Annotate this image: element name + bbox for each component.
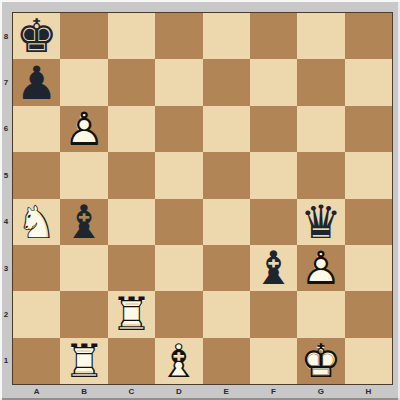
white-piece-fill-glyph: ♟ [298, 246, 344, 291]
black-queen-g4[interactable]: ♛ [297, 199, 344, 245]
file-label-g: G [297, 385, 344, 398]
black-king-a8[interactable]: ♚ [13, 13, 60, 59]
square-g1[interactable]: ♚♔ [297, 338, 344, 384]
square-d2[interactable] [155, 291, 202, 337]
square-b1[interactable]: ♜♖ [60, 338, 107, 384]
white-piece-fill-glyph: ♜ [61, 338, 107, 383]
square-a8[interactable]: ♚ [13, 13, 60, 59]
square-c8[interactable] [108, 13, 155, 59]
square-d5[interactable] [155, 152, 202, 198]
square-h2[interactable] [345, 291, 392, 337]
square-a6[interactable] [13, 106, 60, 152]
square-b4[interactable]: ♝ [60, 199, 107, 245]
square-f3[interactable]: ♝ [250, 245, 297, 291]
file-label-b: B [60, 385, 107, 398]
square-h8[interactable] [345, 13, 392, 59]
white-rook-c2[interactable]: ♜♖ [108, 291, 155, 337]
rank-label-7: 7 [0, 59, 12, 105]
white-piece-fill-glyph: ♜ [108, 292, 154, 337]
file-label-f: F [250, 385, 297, 398]
white-king-g1[interactable]: ♚♔ [297, 338, 344, 384]
white-piece-fill-glyph: ♚ [298, 338, 344, 383]
black-bishop-b4[interactable]: ♝ [60, 199, 107, 245]
white-knight-a4[interactable]: ♞♘ [13, 199, 60, 245]
white-bishop-d1[interactable]: ♝♗ [155, 338, 202, 384]
square-e5[interactable] [203, 152, 250, 198]
square-h6[interactable] [345, 106, 392, 152]
square-b2[interactable] [60, 291, 107, 337]
square-g3[interactable]: ♟♙ [297, 245, 344, 291]
white-piece-outline-glyph: ♘ [13, 199, 60, 245]
white-piece-outline-glyph: ♙ [60, 106, 107, 152]
rank-label-5: 5 [0, 152, 12, 198]
square-c3[interactable] [108, 245, 155, 291]
square-a1[interactable] [13, 338, 60, 384]
black-piece-glyph: ♝ [60, 199, 107, 245]
square-d4[interactable] [155, 199, 202, 245]
square-a7[interactable]: ♟ [13, 59, 60, 105]
board-frame: 87654321 ♚♟♟♙♞♘♝♛♝♟♙♜♖♜♖♝♗♚♔ ABCDEFGH [0, 0, 400, 400]
square-f5[interactable] [250, 152, 297, 198]
square-d6[interactable] [155, 106, 202, 152]
chess-board[interactable]: ♚♟♟♙♞♘♝♛♝♟♙♜♖♜♖♝♗♚♔ [12, 12, 393, 385]
rank-label-8: 8 [0, 13, 12, 59]
square-e7[interactable] [203, 59, 250, 105]
white-piece-outline-glyph: ♗ [155, 338, 202, 384]
square-h5[interactable] [345, 152, 392, 198]
square-h4[interactable] [345, 199, 392, 245]
square-b6[interactable]: ♟♙ [60, 106, 107, 152]
square-a4[interactable]: ♞♘ [13, 199, 60, 245]
square-g5[interactable] [297, 152, 344, 198]
white-piece-outline-glyph: ♖ [108, 291, 155, 337]
white-pawn-g3[interactable]: ♟♙ [297, 245, 344, 291]
black-piece-glyph: ♝ [250, 245, 297, 291]
square-c4[interactable] [108, 199, 155, 245]
square-h1[interactable] [345, 338, 392, 384]
rank-label-1: 1 [0, 338, 12, 384]
square-h7[interactable] [345, 59, 392, 105]
white-piece-fill-glyph: ♞ [14, 199, 60, 244]
square-b5[interactable] [60, 152, 107, 198]
file-label-c: C [108, 385, 155, 398]
square-c6[interactable] [108, 106, 155, 152]
file-labels: ABCDEFGH [13, 385, 392, 398]
square-e8[interactable] [203, 13, 250, 59]
rank-label-6: 6 [0, 106, 12, 152]
square-g4[interactable]: ♛ [297, 199, 344, 245]
square-d7[interactable] [155, 59, 202, 105]
square-e1[interactable] [203, 338, 250, 384]
file-label-a: A [13, 385, 60, 398]
white-pawn-b6[interactable]: ♟♙ [60, 106, 107, 152]
white-piece-fill-glyph: ♟ [61, 106, 107, 151]
square-f1[interactable] [250, 338, 297, 384]
white-piece-outline-glyph: ♔ [297, 338, 344, 384]
file-label-h: H [345, 385, 392, 398]
black-piece-glyph: ♚ [13, 13, 60, 59]
square-c1[interactable] [108, 338, 155, 384]
square-h3[interactable] [345, 245, 392, 291]
square-e3[interactable] [203, 245, 250, 291]
square-d1[interactable]: ♝♗ [155, 338, 202, 384]
square-d8[interactable] [155, 13, 202, 59]
square-b8[interactable] [60, 13, 107, 59]
square-e4[interactable] [203, 199, 250, 245]
square-a3[interactable] [13, 245, 60, 291]
square-f6[interactable] [250, 106, 297, 152]
square-a5[interactable] [13, 152, 60, 198]
black-piece-glyph: ♛ [297, 199, 344, 245]
square-b3[interactable] [60, 245, 107, 291]
square-d3[interactable] [155, 245, 202, 291]
white-piece-outline-glyph: ♙ [297, 245, 344, 291]
square-g6[interactable] [297, 106, 344, 152]
white-piece-fill-glyph: ♝ [156, 338, 202, 383]
white-piece-outline-glyph: ♖ [60, 338, 107, 384]
rank-label-3: 3 [0, 245, 12, 291]
square-e2[interactable] [203, 291, 250, 337]
file-label-e: E [203, 385, 250, 398]
rank-labels: 87654321 [0, 13, 12, 384]
square-g2[interactable] [297, 291, 344, 337]
white-rook-b1[interactable]: ♜♖ [60, 338, 107, 384]
square-c5[interactable] [108, 152, 155, 198]
square-b7[interactable] [60, 59, 107, 105]
square-f2[interactable] [250, 291, 297, 337]
square-a2[interactable] [13, 291, 60, 337]
square-c7[interactable] [108, 59, 155, 105]
square-e6[interactable] [203, 106, 250, 152]
square-f4[interactable] [250, 199, 297, 245]
file-label-d: D [155, 385, 202, 398]
black-bishop-f3[interactable]: ♝ [250, 245, 297, 291]
black-pawn-a7[interactable]: ♟ [13, 59, 60, 105]
square-g7[interactable] [297, 59, 344, 105]
square-f8[interactable] [250, 13, 297, 59]
rank-label-4: 4 [0, 199, 12, 245]
black-piece-glyph: ♟ [13, 59, 60, 105]
rank-label-2: 2 [0, 291, 12, 337]
square-c2[interactable]: ♜♖ [108, 291, 155, 337]
square-g8[interactable] [297, 13, 344, 59]
square-f7[interactable] [250, 59, 297, 105]
